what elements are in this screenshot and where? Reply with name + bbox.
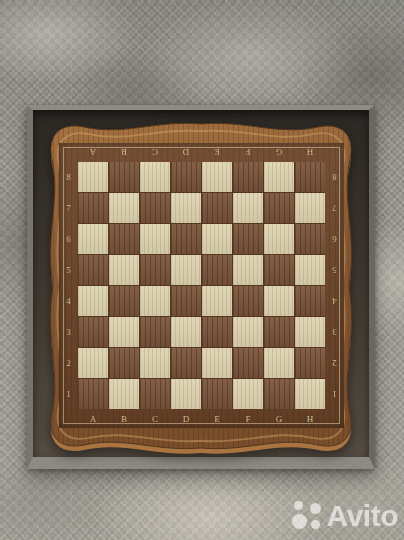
square-b1 (109, 379, 139, 409)
square-e6 (202, 224, 232, 254)
square-a4 (78, 286, 108, 316)
square-f6 (233, 224, 263, 254)
square-g4 (264, 286, 294, 316)
rank-label-7: 7 (325, 193, 344, 223)
file-labels-bottom: ABCDEFGH (78, 409, 325, 428)
square-f4 (233, 286, 263, 316)
square-g3 (264, 317, 294, 347)
square-c4 (140, 286, 170, 316)
square-b2 (109, 348, 139, 378)
square-b5 (109, 255, 139, 285)
square-d2 (171, 348, 201, 378)
rank-label-5: 5 (325, 255, 344, 285)
file-label-g: G (264, 143, 294, 162)
file-label-d: D (171, 409, 201, 428)
square-f5 (233, 255, 263, 285)
square-e5 (202, 255, 232, 285)
rank-label-3: 3 (59, 317, 78, 347)
square-d6 (171, 224, 201, 254)
square-a2 (78, 348, 108, 378)
rank-label-4: 4 (325, 286, 344, 316)
square-g2 (264, 348, 294, 378)
rank-label-4: 4 (59, 286, 78, 316)
file-labels-top: ABCDEFGH (78, 143, 325, 162)
square-g1 (264, 379, 294, 409)
rank-label-1: 1 (325, 379, 344, 409)
square-h5 (295, 255, 325, 285)
file-label-h: H (295, 409, 325, 428)
rank-label-5: 5 (59, 255, 78, 285)
file-label-d: D (171, 143, 201, 162)
square-g8 (264, 162, 294, 192)
square-c7 (140, 193, 170, 223)
square-e4 (202, 286, 232, 316)
rank-label-6: 6 (325, 224, 344, 254)
rank-label-1: 1 (59, 379, 78, 409)
square-b6 (109, 224, 139, 254)
square-f8 (233, 162, 263, 192)
square-d3 (171, 317, 201, 347)
square-a6 (78, 224, 108, 254)
chess-board (78, 162, 325, 409)
square-d5 (171, 255, 201, 285)
square-a3 (78, 317, 108, 347)
square-g5 (264, 255, 294, 285)
file-label-b: B (109, 409, 139, 428)
square-f3 (233, 317, 263, 347)
rank-label-2: 2 (59, 348, 78, 378)
square-h6 (295, 224, 325, 254)
square-a1 (78, 379, 108, 409)
file-label-g: G (264, 409, 294, 428)
rank-label-8: 8 (325, 162, 344, 192)
square-e8 (202, 162, 232, 192)
rank-labels-left: 87654321 (59, 162, 78, 409)
square-a7 (78, 193, 108, 223)
square-e2 (202, 348, 232, 378)
square-c3 (140, 317, 170, 347)
file-label-a: A (78, 409, 108, 428)
square-a5 (78, 255, 108, 285)
square-h8 (295, 162, 325, 192)
file-label-e: E (202, 143, 232, 162)
square-h2 (295, 348, 325, 378)
file-label-a: A (78, 143, 108, 162)
photo-scene: ABCDEFGH ABCDEFGH 87654321 87654321 Avit… (0, 0, 404, 540)
square-d8 (171, 162, 201, 192)
file-label-f: F (233, 143, 263, 162)
file-label-c: C (140, 143, 170, 162)
square-g6 (264, 224, 294, 254)
square-b8 (109, 162, 139, 192)
square-d4 (171, 286, 201, 316)
file-label-h: H (295, 143, 325, 162)
square-f2 (233, 348, 263, 378)
square-h4 (295, 286, 325, 316)
square-h7 (295, 193, 325, 223)
rank-label-3: 3 (325, 317, 344, 347)
square-c6 (140, 224, 170, 254)
square-c8 (140, 162, 170, 192)
file-label-b: B (109, 143, 139, 162)
square-c5 (140, 255, 170, 285)
square-b7 (109, 193, 139, 223)
square-h1 (295, 379, 325, 409)
square-g7 (264, 193, 294, 223)
square-d1 (171, 379, 201, 409)
file-label-c: C (140, 409, 170, 428)
square-b4 (109, 286, 139, 316)
board-border: ABCDEFGH ABCDEFGH 87654321 87654321 (59, 143, 344, 428)
square-h3 (295, 317, 325, 347)
square-b3 (109, 317, 139, 347)
file-label-f: F (233, 409, 263, 428)
square-e1 (202, 379, 232, 409)
rank-labels-right: 87654321 (325, 162, 344, 409)
square-a8 (78, 162, 108, 192)
rank-label-8: 8 (59, 162, 78, 192)
square-e3 (202, 317, 232, 347)
square-f7 (233, 193, 263, 223)
rank-label-2: 2 (325, 348, 344, 378)
rank-label-7: 7 (59, 193, 78, 223)
square-e7 (202, 193, 232, 223)
square-c1 (140, 379, 170, 409)
square-f1 (233, 379, 263, 409)
rank-label-6: 6 (59, 224, 78, 254)
file-label-e: E (202, 409, 232, 428)
square-c2 (140, 348, 170, 378)
square-d7 (171, 193, 201, 223)
